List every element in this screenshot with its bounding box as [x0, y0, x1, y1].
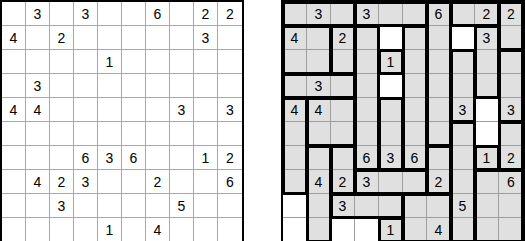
problem-cell-r3c8[interactable]	[194, 74, 218, 98]
solution-cell-r4c9: 3	[499, 98, 523, 122]
solution-cell-r5c7	[451, 122, 475, 146]
solution-cell-r6c9: 2	[499, 146, 523, 170]
problem-cell-r1c9[interactable]	[218, 26, 242, 50]
solution-cell-r6c4: 3	[379, 146, 403, 170]
problem-cell-r9c8[interactable]	[194, 218, 218, 241]
solution-cell-r2c3	[355, 50, 379, 74]
solution-cell-r9c1	[307, 218, 331, 241]
solution-hole-r4c8	[475, 98, 499, 122]
solution-cell-r8c2: 3	[331, 194, 355, 218]
problem-cell-r6c0[interactable]	[2, 146, 26, 170]
solution-cell-r2c5	[403, 50, 427, 74]
solution-cell-r1c5	[403, 26, 427, 50]
problem-cell-r3c7[interactable]	[170, 74, 194, 98]
problem-cell-r2c0[interactable]	[2, 50, 26, 74]
problem-cell-r4c2[interactable]	[50, 98, 74, 122]
solution-cell-r3c7	[451, 74, 475, 98]
solution-hole-r1c7	[451, 26, 475, 50]
solution-cell-r6c3: 6	[355, 146, 379, 170]
solution-hole-r9c2	[331, 218, 355, 241]
problem-cell-r7c4[interactable]	[98, 170, 122, 194]
problem-cell-r0c8[interactable]: 2	[194, 2, 218, 26]
solution-cell-r7c0	[283, 170, 307, 194]
problem-cell-r1c4[interactable]	[98, 26, 122, 50]
solution-cell-r9c7	[451, 218, 475, 241]
problem-cell-r9c4[interactable]: 1	[98, 218, 122, 241]
solution-cell-r2c2	[331, 50, 355, 74]
solution-cell-r5c9	[499, 122, 523, 146]
problem-cell-r1c3[interactable]	[74, 26, 98, 50]
problem-cell-r5c2[interactable]	[50, 122, 74, 146]
problem-cell-r4c3[interactable]	[74, 98, 98, 122]
problem-cell-r1c2[interactable]: 2	[50, 26, 74, 50]
solution-cell-r2c1	[307, 50, 331, 74]
solution-hole-r8c0	[283, 194, 307, 218]
problem-cell-r9c9[interactable]	[218, 218, 242, 241]
solution-hole-r1c4	[379, 26, 403, 50]
solution-cell-r0c7	[451, 2, 475, 26]
problem-cell-r1c7[interactable]	[170, 26, 194, 50]
solution-cell-r0c8: 2	[475, 2, 499, 26]
solution-cell-r3c8	[475, 74, 499, 98]
solution-cell-r0c5	[403, 2, 427, 26]
solution-cell-r9c9	[499, 218, 523, 241]
problem-cell-r0c6[interactable]: 6	[146, 2, 170, 26]
problem-cell-r5c3[interactable]	[74, 122, 98, 146]
problem-cell-r5c1[interactable]	[26, 122, 50, 146]
solution-cell-r1c0: 4	[283, 26, 307, 50]
problem-cell-r6c1[interactable]	[26, 146, 50, 170]
problem-cell-r1c5[interactable]	[122, 26, 146, 50]
solution-cell-r4c0: 4	[283, 98, 307, 122]
solution-cell-r0c0	[283, 2, 307, 26]
problem-cell-r3c0[interactable]	[2, 74, 26, 98]
solution-cell-r2c6	[427, 50, 451, 74]
problem-cell-r6c2[interactable]	[50, 146, 74, 170]
solution-cell-r3c2	[331, 74, 355, 98]
solution-cell-r6c6	[427, 146, 451, 170]
problem-cell-r8c7[interactable]: 5	[170, 194, 194, 218]
solution-board: 3362242313443363612423263514	[281, 0, 525, 241]
problem-cell-r5c4[interactable]	[98, 122, 122, 146]
problem-cell-r8c5[interactable]	[122, 194, 146, 218]
solution-cell-r5c5	[403, 122, 427, 146]
problem-cell-r4c9[interactable]: 3	[218, 98, 242, 122]
solution-cell-r7c8	[475, 170, 499, 194]
problem-cell-r2c3[interactable]	[74, 50, 98, 74]
problem-cell-r3c5[interactable]	[122, 74, 146, 98]
problem-cell-r5c5[interactable]	[122, 122, 146, 146]
solution-cell-r3c3	[355, 74, 379, 98]
problem-cell-r0c0[interactable]	[2, 2, 26, 26]
problem-cell-r0c7[interactable]	[170, 2, 194, 26]
solution-cell-r2c8	[475, 50, 499, 74]
problem-cell-r0c2[interactable]	[50, 2, 74, 26]
problem-cell-r3c4[interactable]	[98, 74, 122, 98]
solution-cell-r1c2: 2	[331, 26, 355, 50]
solution-cell-r4c3	[355, 98, 379, 122]
problem-cell-r0c9[interactable]: 2	[218, 2, 242, 26]
problem-cell-r6c3[interactable]: 6	[74, 146, 98, 170]
problem-cell-r3c3[interactable]	[74, 74, 98, 98]
solution-cell-r0c2	[331, 2, 355, 26]
solution-cell-r1c6	[427, 26, 451, 50]
solution-cell-r8c7: 5	[451, 194, 475, 218]
problem-cell-r2c6[interactable]	[146, 50, 170, 74]
solution-cell-r9c4: 1	[379, 218, 403, 241]
solution-cell-r7c1: 4	[307, 170, 331, 194]
solution-cell-r7c6: 2	[427, 170, 451, 194]
problem-cell-r3c6[interactable]	[146, 74, 170, 98]
solution-cell-r5c6	[427, 122, 451, 146]
solution-cell-r5c2	[331, 122, 355, 146]
solution-cell-r8c6	[427, 194, 451, 218]
problem-cell-r5c6[interactable]	[146, 122, 170, 146]
solution-cell-r7c7	[451, 170, 475, 194]
problem-cell-r8c2[interactable]: 3	[50, 194, 74, 218]
solution-hole-r5c8	[475, 122, 499, 146]
problem-cell-r4c5[interactable]	[122, 98, 146, 122]
problem-cell-r0c5[interactable]	[122, 2, 146, 26]
problem-cell-r3c9[interactable]	[218, 74, 242, 98]
problem-cell-r7c2[interactable]: 2	[50, 170, 74, 194]
problem-cell-r5c7[interactable]	[170, 122, 194, 146]
problem-cell-r1c0[interactable]: 4	[2, 26, 26, 50]
problem-cell-r6c7[interactable]	[170, 146, 194, 170]
solution-cell-r5c4	[379, 122, 403, 146]
problem-cell-r6c9[interactable]: 2	[218, 146, 242, 170]
puzzle-diagram: 3362242313443363612423263514 33622423134…	[0, 0, 525, 241]
solution-cell-r6c0	[283, 146, 307, 170]
solution-cell-r6c5: 6	[403, 146, 427, 170]
problem-cell-r4c0[interactable]: 4	[2, 98, 26, 122]
solution-cell-r8c8	[475, 194, 499, 218]
problem-cell-r7c5[interactable]	[122, 170, 146, 194]
solution-cell-r7c5	[403, 170, 427, 194]
problem-cell-r9c3[interactable]	[74, 218, 98, 241]
solution-cell-r5c1	[307, 122, 331, 146]
problem-cell-r9c1[interactable]	[26, 218, 50, 241]
solution-cell-r7c4	[379, 170, 403, 194]
solution-cell-r6c8: 1	[475, 146, 499, 170]
problem-cell-r0c3[interactable]: 3	[74, 2, 98, 26]
problem-cell-r1c6[interactable]	[146, 26, 170, 50]
solution-cell-r8c5	[403, 194, 427, 218]
problem-cell-r8c8[interactable]	[194, 194, 218, 218]
problem-cell-r9c2[interactable]	[50, 218, 74, 241]
problem-cell-r5c0[interactable]	[2, 122, 26, 146]
solution-cell-r3c6	[427, 74, 451, 98]
solution-cell-r3c1: 3	[307, 74, 331, 98]
problem-cell-r6c6[interactable]	[146, 146, 170, 170]
problem-cell-r4c7[interactable]: 3	[170, 98, 194, 122]
solution-hole-r9c0	[283, 218, 307, 241]
solution-cell-r1c9	[499, 26, 523, 50]
problem-cell-r4c1[interactable]: 4	[26, 98, 50, 122]
solution-cell-r4c2	[331, 98, 355, 122]
solution-cell-r3c9	[499, 74, 523, 98]
problem-cell-r8c9[interactable]	[218, 194, 242, 218]
solution-cell-r9c6: 4	[427, 218, 451, 241]
problem-cell-r0c4[interactable]	[98, 2, 122, 26]
solution-cell-r1c3	[355, 26, 379, 50]
problem-cell-r2c4[interactable]: 1	[98, 50, 122, 74]
problem-cell-r2c2[interactable]	[50, 50, 74, 74]
problem-cell-r7c1[interactable]: 4	[26, 170, 50, 194]
problem-cell-r9c5[interactable]	[122, 218, 146, 241]
problem-cell-r5c9[interactable]	[218, 122, 242, 146]
solution-cell-r8c3	[355, 194, 379, 218]
problem-cell-r2c8[interactable]	[194, 50, 218, 74]
solution-cell-r2c9	[499, 50, 523, 74]
solution-cell-r7c2: 2	[331, 170, 355, 194]
problem-cell-r7c6[interactable]: 2	[146, 170, 170, 194]
problem-cell-r9c6[interactable]: 4	[146, 218, 170, 241]
problem-cell-r3c1[interactable]: 3	[26, 74, 50, 98]
solution-cell-r9c5	[403, 218, 427, 241]
problem-cell-r8c1[interactable]	[26, 194, 50, 218]
solution-hole-r9c3	[355, 218, 379, 241]
problem-cell-r8c0[interactable]	[2, 194, 26, 218]
solution-cell-r4c4	[379, 98, 403, 122]
solution-cell-r2c7	[451, 50, 475, 74]
solution-cell-r4c6	[427, 98, 451, 122]
problem-cell-r9c0[interactable]	[2, 218, 26, 241]
problem-cell-r4c6[interactable]	[146, 98, 170, 122]
solution-cell-r5c0	[283, 122, 307, 146]
problem-cell-r7c7[interactable]	[170, 170, 194, 194]
solution-cell-r1c8: 3	[475, 26, 499, 50]
problem-cell-r2c5[interactable]	[122, 50, 146, 74]
solution-cell-r8c9	[499, 194, 523, 218]
solution-cell-r2c0	[283, 50, 307, 74]
problem-cell-r7c3[interactable]: 3	[74, 170, 98, 194]
solution-cell-r6c1	[307, 146, 331, 170]
solution-cell-r8c4	[379, 194, 403, 218]
problem-cell-r8c3[interactable]	[74, 194, 98, 218]
problem-cell-r6c8[interactable]: 1	[194, 146, 218, 170]
solution-cell-r4c1: 4	[307, 98, 331, 122]
problem-cell-r0c1[interactable]: 3	[26, 2, 50, 26]
solution-cell-r0c6: 6	[427, 2, 451, 26]
solution-cell-r4c7: 3	[451, 98, 475, 122]
solution-cell-r5c3	[355, 122, 379, 146]
solution-cell-r6c2	[331, 146, 355, 170]
solution-cell-r6c7	[451, 146, 475, 170]
solution-cell-r3c5	[403, 74, 427, 98]
problem-cell-r6c4[interactable]: 3	[98, 146, 122, 170]
solution-hole-r3c4	[379, 74, 403, 98]
problem-cell-r7c8[interactable]	[194, 170, 218, 194]
solution-cell-r0c3: 3	[355, 2, 379, 26]
problem-cell-r5c8[interactable]	[194, 122, 218, 146]
problem-cell-r4c4[interactable]	[98, 98, 122, 122]
problem-cell-r7c0[interactable]	[2, 170, 26, 194]
problem-cell-r4c8[interactable]	[194, 98, 218, 122]
problem-cell-r6c5[interactable]: 6	[122, 146, 146, 170]
problem-cell-r8c6[interactable]	[146, 194, 170, 218]
problem-cell-r8c4[interactable]	[98, 194, 122, 218]
solution-cell-r2c4: 1	[379, 50, 403, 74]
solution-cell-r4c5	[403, 98, 427, 122]
solution-cell-r0c4	[379, 2, 403, 26]
solution-cell-r0c1: 3	[307, 2, 331, 26]
solution-cell-r9c8	[475, 218, 499, 241]
problem-cell-r3c2[interactable]	[50, 74, 74, 98]
solution-cell-r7c3: 3	[355, 170, 379, 194]
solution-cell-r8c1	[307, 194, 331, 218]
problem-cell-r9c7[interactable]	[170, 218, 194, 241]
solution-cell-r7c9: 6	[499, 170, 523, 194]
problem-cell-r2c7[interactable]	[170, 50, 194, 74]
problem-board: 3362242313443363612423263514	[0, 0, 244, 241]
solution-cell-r3c0	[283, 74, 307, 98]
solution-cell-r1c1	[307, 26, 331, 50]
solution-cell-r0c9: 2	[499, 2, 523, 26]
problem-cell-r2c9[interactable]	[218, 50, 242, 74]
problem-cell-r2c1[interactable]	[26, 50, 50, 74]
problem-cell-r1c1[interactable]	[26, 26, 50, 50]
problem-cell-r7c9[interactable]: 6	[218, 170, 242, 194]
problem-cell-r1c8[interactable]: 3	[194, 26, 218, 50]
